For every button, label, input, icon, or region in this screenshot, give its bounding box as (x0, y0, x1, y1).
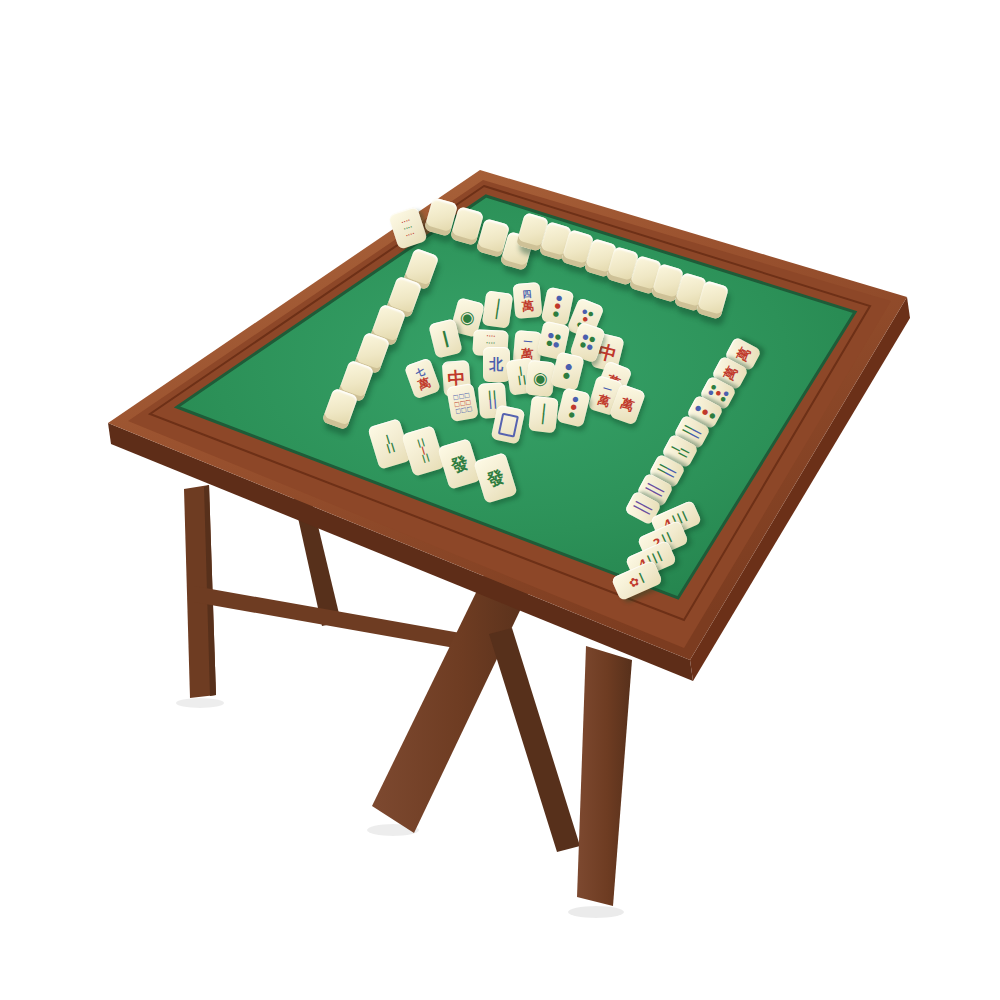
foot-shadow (176, 698, 224, 708)
miniature-mahjong-table-photo: ∙∙∙∙∙∙∙∙∙∙∙∙萬萬●●●●●●●●┃┃┃┃┃┃┃┃┃┃┃┃┃┃┃┃┃┃… (0, 0, 1000, 1000)
foot-shadow (568, 906, 624, 918)
table-illustration (0, 0, 1000, 1000)
table-strut-front (489, 628, 580, 852)
table-leg-front (577, 646, 632, 906)
